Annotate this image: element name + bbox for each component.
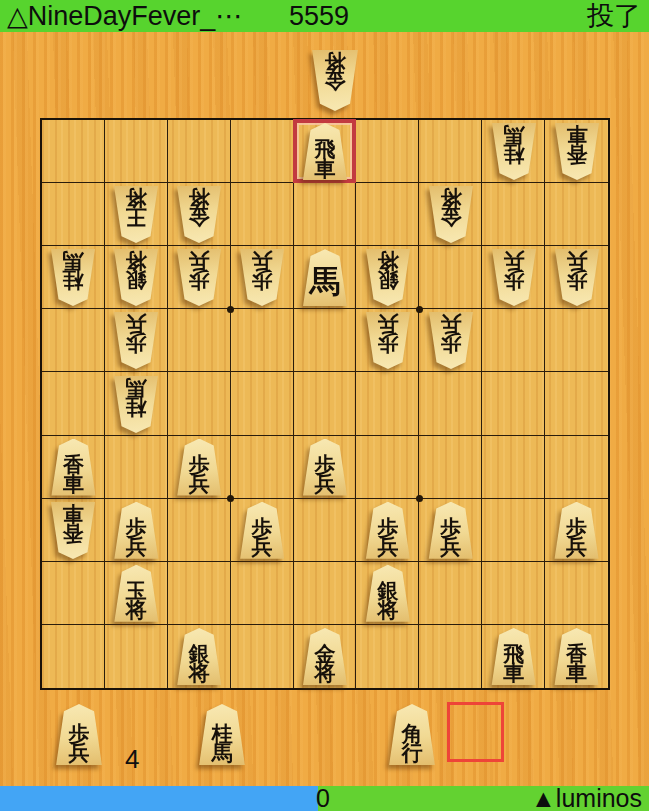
piece-kanji: 車 xyxy=(315,159,336,179)
gote-hand-piece-金将[interactable]: 金将 xyxy=(309,50,361,111)
square-6e[interactable] xyxy=(231,372,294,435)
sente-piece-飛車-2i[interactable]: 飛車 xyxy=(489,628,539,685)
gote-piece-桂馬-9c[interactable]: 桂馬 xyxy=(48,249,98,306)
sente-piece-飛車-5a[interactable]: 飛車 xyxy=(300,123,350,180)
sente-piece-歩兵-5f[interactable]: 歩兵 xyxy=(300,439,350,496)
square-1d[interactable] xyxy=(545,309,608,372)
gote-piece-金将-3b[interactable]: 金将 xyxy=(426,186,476,243)
empty-rook-hand-slot-highlight xyxy=(447,702,504,762)
piece-kanji: 将 xyxy=(189,663,210,683)
piece-kanji: 将 xyxy=(440,188,461,208)
square-2e[interactable] xyxy=(482,372,545,435)
piece-kanji: 将 xyxy=(189,188,210,208)
square-7d[interactable] xyxy=(168,309,231,372)
square-3f[interactable] xyxy=(419,436,482,499)
piece-kanji: 車 xyxy=(503,663,524,683)
sente-piece-歩兵-8g[interactable]: 歩兵 xyxy=(111,502,161,559)
square-6i[interactable] xyxy=(231,625,294,688)
piece-kanji: 兵 xyxy=(377,537,398,557)
square-9h[interactable] xyxy=(42,562,105,625)
piece-kanji: 車 xyxy=(63,474,84,494)
square-9i[interactable] xyxy=(42,625,105,688)
piece-kanji: 銀 xyxy=(126,271,147,291)
square-7e[interactable] xyxy=(168,372,231,435)
square-7a[interactable] xyxy=(168,120,231,183)
square-4i[interactable] xyxy=(356,625,419,688)
piece-kanji: 兵 xyxy=(252,251,273,271)
opponent-bar: △NineDayFever_⋯ 5559 投了 xyxy=(0,0,649,32)
sente-piece-歩兵-6g[interactable]: 歩兵 xyxy=(237,502,287,559)
sente-piece-歩兵-1g[interactable]: 歩兵 xyxy=(552,502,602,559)
piece-kanji: 車 xyxy=(566,125,587,145)
hoshi-dot xyxy=(227,306,234,313)
opponent-number: 5559 xyxy=(289,0,349,32)
player-name: ▲luminos xyxy=(531,786,642,811)
gote-piece-金将-7b[interactable]: 金将 xyxy=(174,186,224,243)
sente-piece-銀将-7i[interactable]: 銀将 xyxy=(174,628,224,685)
square-5d[interactable] xyxy=(294,309,357,372)
piece-kanji: 歩 xyxy=(503,271,524,291)
piece-kanji: 兵 xyxy=(440,314,461,334)
gote-piece-歩兵-1c[interactable]: 歩兵 xyxy=(552,249,602,306)
square-1h[interactable] xyxy=(545,562,608,625)
square-8f[interactable] xyxy=(105,436,168,499)
square-6b[interactable] xyxy=(231,183,294,246)
piece-kanji: 兵 xyxy=(377,314,398,334)
piece-kanji: 行 xyxy=(402,743,423,763)
piece-kanji: 兵 xyxy=(252,537,273,557)
piece-kanji: 歩 xyxy=(440,334,461,354)
square-9d[interactable] xyxy=(42,309,105,372)
piece-kanji: 馬 xyxy=(212,743,233,763)
sente-piece-銀将-4h[interactable]: 銀将 xyxy=(363,565,413,622)
shogi-board: 飛車桂馬香車王将金将金将桂馬銀将歩兵歩兵馬銀将歩兵歩兵歩兵歩兵歩兵桂馬香車歩兵歩… xyxy=(40,118,610,690)
square-9a[interactable] xyxy=(42,120,105,183)
sente-piece-玉将-8h[interactable]: 玉将 xyxy=(111,565,161,622)
square-6f[interactable] xyxy=(231,436,294,499)
gote-piece-銀将-4c[interactable]: 銀将 xyxy=(363,249,413,306)
sente-piece-歩兵-7f[interactable]: 歩兵 xyxy=(174,439,224,496)
square-1e[interactable] xyxy=(545,372,608,435)
square-6h[interactable] xyxy=(231,562,294,625)
square-2f[interactable] xyxy=(482,436,545,499)
piece-kanji: 金 xyxy=(440,208,461,228)
square-2h[interactable] xyxy=(482,562,545,625)
gote-piece-桂馬-2a[interactable]: 桂馬 xyxy=(489,123,539,180)
hoshi-dot xyxy=(416,495,423,502)
sente-hand-piece-歩兵[interactable]: 歩兵 xyxy=(53,704,105,765)
piece-kanji: 兵 xyxy=(440,537,461,557)
gote-piece-香車-1a[interactable]: 香車 xyxy=(552,123,602,180)
square-7h[interactable] xyxy=(168,562,231,625)
gote-piece-王将-8b[interactable]: 王将 xyxy=(111,186,161,243)
piece-kanji: 兵 xyxy=(503,251,524,271)
gote-piece-歩兵-4d[interactable]: 歩兵 xyxy=(363,312,413,369)
time-bar-blue xyxy=(0,786,318,811)
sente-piece-馬-5c[interactable]: 馬 xyxy=(300,249,350,306)
square-2g[interactable] xyxy=(482,499,545,562)
square-4a[interactable] xyxy=(356,120,419,183)
square-9e[interactable] xyxy=(42,372,105,435)
piece-kanji: 馬 xyxy=(126,378,147,398)
piece-kanji: 車 xyxy=(566,663,587,683)
piece-kanji: 将 xyxy=(377,251,398,271)
sente-piece-歩兵-3g[interactable]: 歩兵 xyxy=(426,502,476,559)
piece-kanji: 歩 xyxy=(566,271,587,291)
piece-kanji: 兵 xyxy=(189,251,210,271)
square-5e[interactable] xyxy=(294,372,357,435)
piece-kanji: 桂 xyxy=(63,271,84,291)
sente-piece-香車-9f[interactable]: 香車 xyxy=(48,439,98,496)
sente-piece-歩兵-4g[interactable]: 歩兵 xyxy=(363,502,413,559)
piece-kanji: 兵 xyxy=(69,743,90,763)
piece-kanji: 馬 xyxy=(310,259,341,304)
square-4e[interactable] xyxy=(356,372,419,435)
square-7g[interactable] xyxy=(168,499,231,562)
hoshi-dot xyxy=(416,306,423,313)
move-counter: 0 xyxy=(316,786,330,811)
piece-kanji: 王 xyxy=(126,208,147,228)
sente-hand-piece-桂馬[interactable]: 桂馬 xyxy=(196,704,248,765)
square-1b[interactable] xyxy=(545,183,608,246)
square-1f[interactable] xyxy=(545,436,608,499)
piece-kanji: 金 xyxy=(189,208,210,228)
square-5h[interactable] xyxy=(294,562,357,625)
resign-button[interactable]: 投了 xyxy=(587,0,641,32)
piece-kanji: 馬 xyxy=(63,251,84,271)
square-6d[interactable] xyxy=(231,309,294,372)
square-4f[interactable] xyxy=(356,436,419,499)
square-5b[interactable] xyxy=(294,183,357,246)
piece-kanji: 兵 xyxy=(126,314,147,334)
sente-hand-pawn-count: 4 xyxy=(125,744,139,775)
piece-kanji: 将 xyxy=(325,52,346,72)
gote-piece-香車-9g[interactable]: 香車 xyxy=(48,502,98,559)
sente-hand-piece-角行[interactable]: 角行 xyxy=(386,704,438,765)
square-3i[interactable] xyxy=(419,625,482,688)
piece-kanji: 将 xyxy=(126,188,147,208)
sente-piece-金将-5i[interactable]: 金将 xyxy=(300,628,350,685)
piece-kanji: 歩 xyxy=(377,334,398,354)
square-4b[interactable] xyxy=(356,183,419,246)
piece-kanji: 将 xyxy=(126,600,147,620)
square-2d[interactable] xyxy=(482,309,545,372)
piece-kanji: 兵 xyxy=(566,251,587,271)
gote-piece-歩兵-6c[interactable]: 歩兵 xyxy=(237,249,287,306)
square-2b[interactable] xyxy=(482,183,545,246)
square-8a[interactable] xyxy=(105,120,168,183)
piece-kanji: 兵 xyxy=(315,474,336,494)
piece-kanji: 将 xyxy=(126,251,147,271)
piece-kanji: 歩 xyxy=(126,334,147,354)
square-3e[interactable] xyxy=(419,372,482,435)
piece-kanji: 車 xyxy=(63,504,84,524)
piece-kanji: 兵 xyxy=(566,537,587,557)
gote-piece-銀将-8c[interactable]: 銀将 xyxy=(111,249,161,306)
piece-kanji: 歩 xyxy=(252,271,273,291)
piece-kanji: 馬 xyxy=(503,125,524,145)
piece-kanji: 将 xyxy=(377,600,398,620)
square-9b[interactable] xyxy=(42,183,105,246)
piece-kanji: 兵 xyxy=(189,474,210,494)
square-6a[interactable] xyxy=(231,120,294,183)
square-3a[interactable] xyxy=(419,120,482,183)
square-3c[interactable] xyxy=(419,246,482,309)
gote-piece-歩兵-8d[interactable]: 歩兵 xyxy=(111,312,161,369)
square-5g[interactable] xyxy=(294,499,357,562)
gote-piece-歩兵-2c[interactable]: 歩兵 xyxy=(489,249,539,306)
shogi-app-screen: △NineDayFever_⋯ 5559 投了 金将 飛車桂馬香車王将金将金将桂… xyxy=(0,0,649,811)
square-3h[interactable] xyxy=(419,562,482,625)
gote-piece-歩兵-7c[interactable]: 歩兵 xyxy=(174,249,224,306)
piece-kanji: 歩 xyxy=(189,271,210,291)
sente-piece-香車-1i[interactable]: 香車 xyxy=(552,628,602,685)
piece-kanji: 将 xyxy=(315,663,336,683)
opponent-name: △NineDayFever_⋯ xyxy=(7,0,242,32)
piece-kanji: 銀 xyxy=(377,271,398,291)
square-8i[interactable] xyxy=(105,625,168,688)
gote-piece-桂馬-8e[interactable]: 桂馬 xyxy=(111,376,161,433)
piece-kanji: 兵 xyxy=(126,537,147,557)
gote-piece-歩兵-3d[interactable]: 歩兵 xyxy=(426,312,476,369)
